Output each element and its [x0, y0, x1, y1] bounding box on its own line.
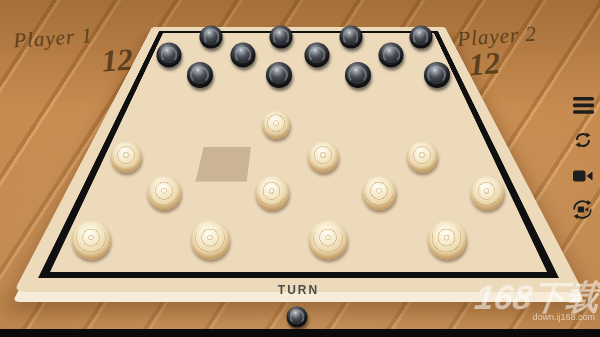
checker-piece-black[interactable] — [270, 26, 293, 49]
checker-piece-white[interactable] — [110, 142, 141, 173]
switch-camera-icon[interactable] — [570, 197, 594, 221]
checker-piece-black[interactable] — [156, 43, 181, 68]
checker-piece-white[interactable] — [147, 176, 181, 210]
checker-piece-white[interactable] — [255, 176, 289, 210]
checker-piece-black[interactable] — [339, 26, 362, 49]
checker-piece-white[interactable] — [362, 176, 396, 210]
checker-piece-white[interactable] — [407, 142, 438, 173]
checker-piece-black[interactable] — [305, 43, 330, 68]
checker-piece-black[interactable] — [379, 43, 404, 68]
checker-piece-black[interactable] — [345, 62, 371, 88]
checker-piece-white[interactable] — [308, 142, 339, 173]
checker-piece-white[interactable] — [262, 111, 290, 139]
vacated-square-highlight — [196, 147, 251, 182]
record-camera-icon[interactable] — [571, 164, 595, 188]
checker-piece-black[interactable] — [266, 62, 292, 88]
checker-piece-white[interactable] — [309, 221, 348, 260]
checker-piece-white[interactable] — [427, 221, 466, 260]
checker-piece-white[interactable] — [190, 221, 229, 260]
turn-indicator-piece — [287, 307, 308, 328]
turn-label: TURN — [0, 283, 597, 297]
letterbox-bar — [0, 329, 600, 337]
checker-piece-black[interactable] — [424, 62, 450, 88]
checker-piece-black[interactable] — [230, 43, 255, 68]
checker-piece-white[interactable] — [470, 176, 504, 210]
game-screen: Player 1 12 Player 2 12 TURN — [0, 0, 600, 337]
restart-icon[interactable] — [571, 128, 595, 152]
checker-piece-white[interactable] — [72, 221, 111, 260]
checker-piece-black[interactable] — [409, 26, 432, 49]
checker-piece-black[interactable] — [200, 26, 223, 49]
menu-icon[interactable] — [571, 93, 595, 117]
checker-piece-black[interactable] — [187, 62, 213, 88]
player2-panel: Player 2 12 — [456, 17, 600, 80]
